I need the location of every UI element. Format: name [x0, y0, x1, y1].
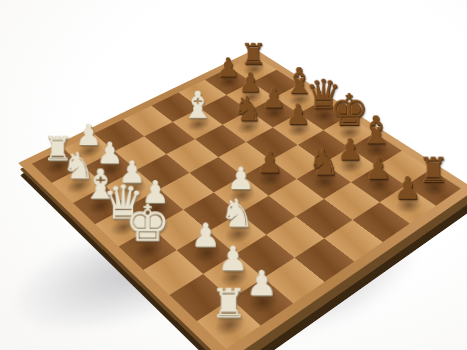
piece-contact-shadow — [334, 122, 367, 142]
square-c5[interactable] — [195, 125, 246, 157]
piece-contact-shadow — [236, 88, 267, 106]
square-d7[interactable]: ♟ — [273, 113, 324, 144]
black-king-e8[interactable]: ♚ — [321, 88, 378, 131]
square-a8[interactable]: ♜ — [230, 56, 276, 83]
square-a5[interactable] — [151, 92, 200, 122]
square-a7[interactable]: ♟ — [205, 68, 252, 95]
piece-contact-shadow — [182, 114, 214, 134]
white-pawn-e4[interactable]: ♟ — [211, 163, 272, 194]
black-pawn-d7[interactable]: ♟ — [270, 101, 326, 129]
black-pawn-c7[interactable]: ♟ — [246, 85, 301, 113]
square-c7[interactable]: ♟ — [249, 97, 298, 127]
square-h1[interactable]: ♜ — [197, 299, 261, 349]
black-queen-d8[interactable]: ♛ — [296, 74, 351, 115]
black-pawn-a7[interactable]: ♟ — [202, 55, 255, 81]
square-b8[interactable] — [252, 70, 299, 98]
square-c8[interactable]: ♝ — [275, 85, 324, 114]
chess-board: ♜♟♟♜♞♟♝♟♝♟♞♟♝♛♟♟♛♚♟♟♚♟♞♞♟♝♟♟♜♟♟♜ — [18, 49, 467, 350]
square-a3[interactable] — [94, 119, 144, 151]
white-rook-h1[interactable]: ♜ — [193, 283, 264, 323]
square-a6[interactable] — [179, 80, 227, 108]
piece-contact-shadow — [283, 120, 316, 140]
piece-contact-shadow — [309, 106, 341, 125]
piece-contact-shadow — [284, 90, 315, 108]
square-a4[interactable] — [123, 106, 173, 137]
square-b5[interactable]: ♝ — [173, 108, 223, 139]
square-c6[interactable]: ♞ — [223, 111, 273, 142]
square-b6[interactable] — [200, 95, 249, 125]
square-b7[interactable]: ♟ — [227, 82, 275, 111]
white-bishop-b5[interactable]: ♝ — [170, 86, 226, 123]
scene-3d-wrapper: ♜♟♟♜♞♟♝♟♝♟♞♟♝♛♟♟♛♚♟♟♚♟♞♞♟♝♟♟♜♟♟♜ — [0, 0, 467, 350]
piece-contact-shadow — [239, 61, 269, 78]
piece-contact-shadow — [214, 73, 244, 90]
chess-scene: ♜♟♟♜♞♟♝♟♝♟♞♟♝♛♟♟♛♚♟♟♚♟♞♞♟♝♟♟♜♟♟♜ — [0, 0, 467, 350]
white-king-e1[interactable]: ♚ — [115, 198, 180, 248]
square-b4[interactable] — [144, 122, 195, 154]
black-knight-c6[interactable]: ♞ — [220, 92, 276, 126]
square-d8[interactable]: ♛ — [299, 100, 349, 130]
piece-contact-shadow — [233, 117, 265, 137]
black-bishop-c8[interactable]: ♝ — [272, 63, 326, 99]
black-bishop-f8[interactable]: ♝ — [347, 111, 405, 150]
black-knight-f6[interactable]: ♞ — [294, 144, 354, 180]
black-pawn-b7[interactable]: ♟ — [224, 69, 278, 96]
black-pawn-h7[interactable]: ♟ — [377, 173, 439, 204]
piece-contact-shadow — [259, 103, 291, 122]
black-rook-a8[interactable]: ♜ — [227, 39, 279, 68]
